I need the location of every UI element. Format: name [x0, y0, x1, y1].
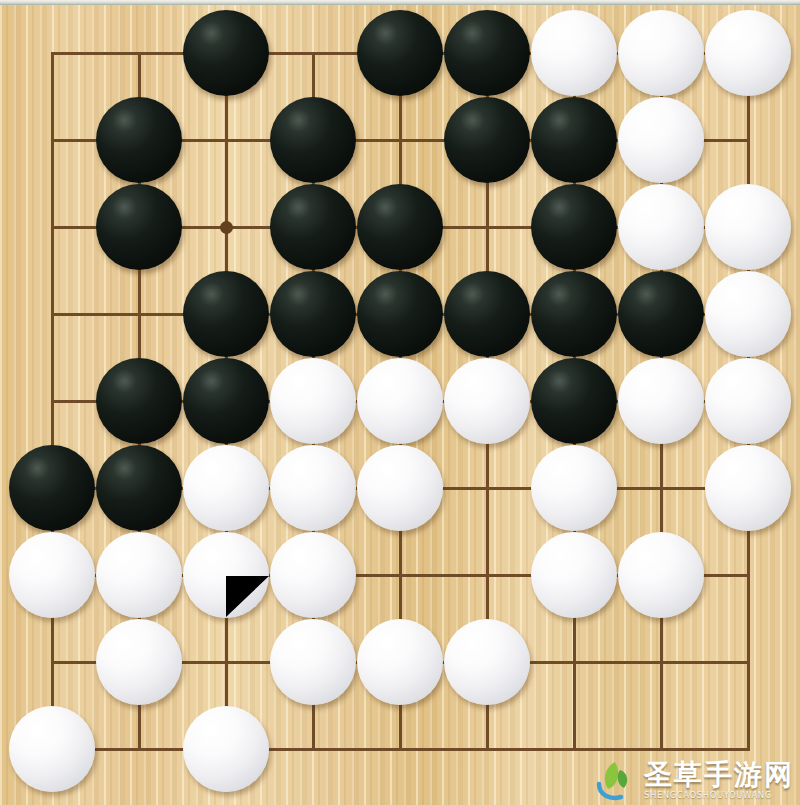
- white-stone: [705, 271, 791, 357]
- white-stone: [705, 184, 791, 270]
- white-stone: [357, 619, 443, 705]
- intersection-r1c2[interactable]: [96, 10, 183, 97]
- black-stone: [270, 97, 356, 183]
- go-game-screenshot: 圣草手游网 SHENGCAOSHOUYOUWANG: [0, 0, 800, 805]
- intersection-r6c6[interactable]: [444, 445, 531, 532]
- intersection-r7c6[interactable]: [444, 532, 531, 619]
- black-stone: [96, 97, 182, 183]
- black-stone: [444, 271, 530, 357]
- intersection-r9c6[interactable]: [444, 706, 531, 793]
- white-stone: [357, 445, 443, 531]
- intersection-r8c8[interactable]: [618, 619, 705, 706]
- intersection-r2c5[interactable]: [357, 97, 444, 184]
- intersection-r2c1[interactable]: [9, 97, 96, 184]
- white-stone: [705, 445, 791, 531]
- leaf-logo-icon: [593, 758, 639, 802]
- white-stone: [96, 532, 182, 618]
- black-stone: [270, 271, 356, 357]
- top-edge-strip: [0, 0, 800, 5]
- black-stone: [357, 271, 443, 357]
- black-stone: [96, 184, 182, 270]
- white-stone: [531, 532, 617, 618]
- white-stone: [183, 706, 269, 792]
- white-stone: [444, 358, 530, 444]
- black-stone: [183, 271, 269, 357]
- white-stone: [705, 358, 791, 444]
- watermark-subtitle: SHENGCAOSHOUYOUWANG: [644, 791, 772, 800]
- white-stone: [705, 10, 791, 96]
- watermark-title: 圣草手游网: [644, 761, 794, 789]
- white-stone: [9, 532, 95, 618]
- black-stone: [357, 10, 443, 96]
- intersection-r3c6[interactable]: [444, 184, 531, 271]
- intersection-r4c1[interactable]: [9, 271, 96, 358]
- black-stone: [96, 358, 182, 444]
- intersection-r9c4[interactable]: [270, 706, 357, 793]
- intersection-r3c3[interactable]: [183, 184, 270, 271]
- black-stone: [618, 271, 704, 357]
- black-stone: [183, 10, 269, 96]
- white-stone: [618, 97, 704, 183]
- black-stone: [531, 271, 617, 357]
- watermark: 圣草手游网 SHENGCAOSHOUYOUWANG: [593, 758, 794, 802]
- white-stone: [96, 619, 182, 705]
- intersection-r8c7[interactable]: [531, 619, 618, 706]
- white-stone: [270, 445, 356, 531]
- intersection-r7c5[interactable]: [357, 532, 444, 619]
- white-stone: [270, 358, 356, 444]
- black-stone: [9, 445, 95, 531]
- black-stone: [96, 445, 182, 531]
- white-stone: [618, 184, 704, 270]
- white-stone: [183, 445, 269, 531]
- intersection-r1c1[interactable]: [9, 10, 96, 97]
- intersection-r5c1[interactable]: [9, 358, 96, 445]
- intersection-r8c9[interactable]: [705, 619, 792, 706]
- intersection-r8c1[interactable]: [9, 619, 96, 706]
- intersection-r9c5[interactable]: [357, 706, 444, 793]
- white-stone: [270, 619, 356, 705]
- white-stone: [618, 358, 704, 444]
- black-stone: [270, 184, 356, 270]
- intersection-r2c9[interactable]: [705, 97, 792, 184]
- white-stone: [357, 358, 443, 444]
- intersection-r3c1[interactable]: [9, 184, 96, 271]
- black-stone: [531, 184, 617, 270]
- black-stone: [444, 97, 530, 183]
- intersection-r1c4[interactable]: [270, 10, 357, 97]
- white-stone: [531, 10, 617, 96]
- white-stone: [444, 619, 530, 705]
- black-stone: [183, 358, 269, 444]
- intersection-r4c2[interactable]: [96, 271, 183, 358]
- white-stone: [9, 706, 95, 792]
- white-stone: [270, 532, 356, 618]
- intersection-r2c3[interactable]: [183, 97, 270, 184]
- intersection-r8c3[interactable]: [183, 619, 270, 706]
- black-stone: [531, 358, 617, 444]
- white-stone: [618, 532, 704, 618]
- white-stone: [618, 10, 704, 96]
- intersection-r7c9[interactable]: [705, 532, 792, 619]
- intersection-r6c8[interactable]: [618, 445, 705, 532]
- black-stone: [444, 10, 530, 96]
- watermark-text: 圣草手游网 SHENGCAOSHOUYOUWANG: [644, 761, 794, 800]
- white-stone: [531, 445, 617, 531]
- intersection-r9c2[interactable]: [96, 706, 183, 793]
- black-stone: [357, 184, 443, 270]
- black-stone: [531, 97, 617, 183]
